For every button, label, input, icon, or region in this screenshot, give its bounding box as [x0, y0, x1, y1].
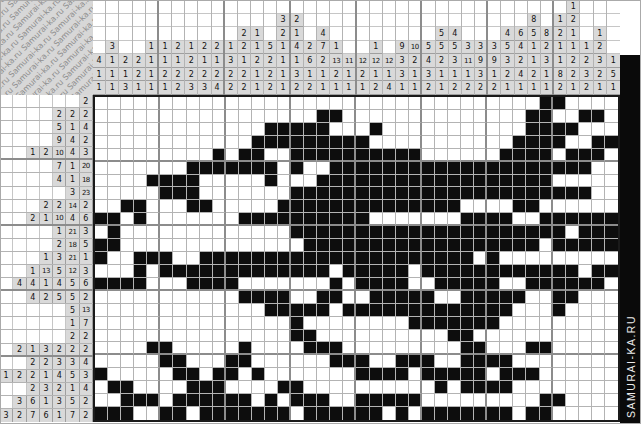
grid-cell[interactable]	[553, 394, 566, 407]
grid-cell[interactable]	[252, 342, 265, 355]
grid-cell[interactable]	[396, 187, 409, 200]
grid-cell[interactable]	[278, 149, 291, 162]
grid-cell[interactable]	[108, 252, 121, 265]
grid-cell[interactable]	[370, 394, 383, 407]
grid-cell[interactable]	[422, 213, 435, 226]
grid-cell[interactable]	[526, 110, 539, 123]
grid-cell[interactable]	[422, 265, 435, 278]
grid-cell[interactable]	[134, 149, 147, 162]
grid-cell[interactable]	[566, 136, 579, 149]
grid-cell[interactable]	[239, 200, 252, 213]
grid-cell[interactable]	[370, 342, 383, 355]
grid-cell[interactable]	[187, 407, 200, 420]
grid-cell[interactable]	[592, 162, 605, 175]
grid-cell[interactable]	[317, 394, 330, 407]
grid-cell[interactable]	[605, 187, 618, 200]
grid-cell[interactable]	[330, 136, 343, 149]
grid-cell[interactable]	[265, 407, 278, 420]
grid-cell[interactable]	[383, 110, 396, 123]
grid-cell[interactable]	[95, 97, 108, 110]
grid-cell[interactable]	[330, 355, 343, 368]
grid-cell[interactable]	[265, 226, 278, 239]
grid-cell[interactable]	[95, 265, 108, 278]
grid-cell[interactable]	[187, 97, 200, 110]
grid-cell[interactable]	[108, 136, 121, 149]
grid-cell[interactable]	[461, 381, 474, 394]
grid-cell[interactable]	[291, 97, 304, 110]
grid-cell[interactable]	[226, 252, 239, 265]
grid-cell[interactable]	[566, 213, 579, 226]
grid-cell[interactable]	[265, 162, 278, 175]
grid-cell[interactable]	[448, 213, 461, 226]
grid-cell[interactable]	[579, 213, 592, 226]
grid-cell[interactable]	[435, 342, 448, 355]
grid-cell[interactable]	[147, 97, 160, 110]
grid-cell[interactable]	[304, 355, 317, 368]
grid-cell[interactable]	[108, 239, 121, 252]
grid-cell[interactable]	[422, 381, 435, 394]
grid-cell[interactable]	[291, 239, 304, 252]
grid-cell[interactable]	[474, 407, 487, 420]
grid-cell[interactable]	[383, 136, 396, 149]
grid-cell[interactable]	[239, 355, 252, 368]
grid-cell[interactable]	[487, 239, 500, 252]
grid-cell[interactable]	[304, 252, 317, 265]
grid-cell[interactable]	[383, 213, 396, 226]
grid-cell[interactable]	[239, 317, 252, 330]
grid-cell[interactable]	[409, 252, 422, 265]
grid-cell[interactable]	[540, 149, 553, 162]
grid-cell[interactable]	[383, 187, 396, 200]
grid-cell[interactable]	[173, 342, 186, 355]
grid-cell[interactable]	[291, 355, 304, 368]
grid-cell[interactable]	[605, 381, 618, 394]
grid-cell[interactable]	[605, 368, 618, 381]
grid-cell[interactable]	[330, 97, 343, 110]
grid-cell[interactable]	[200, 355, 213, 368]
grid-cell[interactable]	[226, 110, 239, 123]
grid-cell[interactable]	[553, 110, 566, 123]
grid-cell[interactable]	[200, 265, 213, 278]
grid-cell[interactable]	[330, 252, 343, 265]
grid-cell[interactable]	[330, 342, 343, 355]
grid-cell[interactable]	[409, 355, 422, 368]
grid-cell[interactable]	[278, 317, 291, 330]
grid-cell[interactable]	[278, 265, 291, 278]
grid-cell[interactable]	[526, 368, 539, 381]
grid-cell[interactable]	[356, 123, 369, 136]
grid-cell[interactable]	[265, 394, 278, 407]
grid-cell[interactable]	[343, 265, 356, 278]
grid-cell[interactable]	[487, 317, 500, 330]
grid-cell[interactable]	[605, 304, 618, 317]
grid-cell[interactable]	[304, 136, 317, 149]
grid-cell[interactable]	[200, 175, 213, 188]
grid-cell[interactable]	[200, 136, 213, 149]
grid-cell[interactable]	[435, 265, 448, 278]
grid-cell[interactable]	[291, 278, 304, 291]
grid-cell[interactable]	[526, 175, 539, 188]
grid-cell[interactable]	[396, 136, 409, 149]
grid-cell[interactable]	[265, 381, 278, 394]
grid-cell[interactable]	[330, 149, 343, 162]
grid-cell[interactable]	[121, 304, 134, 317]
grid-cell[interactable]	[540, 162, 553, 175]
grid-cell[interactable]	[540, 226, 553, 239]
grid-cell[interactable]	[409, 226, 422, 239]
grid-cell[interactable]	[343, 97, 356, 110]
grid-cell[interactable]	[317, 368, 330, 381]
grid-cell[interactable]	[500, 394, 513, 407]
grid-cell[interactable]	[370, 355, 383, 368]
grid-cell[interactable]	[592, 330, 605, 343]
grid-cell[interactable]	[526, 97, 539, 110]
grid-cell[interactable]	[278, 342, 291, 355]
grid-cell[interactable]	[134, 330, 147, 343]
grid-cell[interactable]	[213, 368, 226, 381]
grid-cell[interactable]	[566, 187, 579, 200]
grid-cell[interactable]	[304, 226, 317, 239]
grid-cell[interactable]	[566, 239, 579, 252]
grid-cell[interactable]	[265, 304, 278, 317]
grid-cell[interactable]	[173, 355, 186, 368]
grid-cell[interactable]	[540, 213, 553, 226]
grid-cell[interactable]	[579, 330, 592, 343]
grid-cell[interactable]	[160, 200, 173, 213]
grid-cell[interactable]	[383, 239, 396, 252]
grid-cell[interactable]	[579, 162, 592, 175]
grid-cell[interactable]	[566, 162, 579, 175]
grid-cell[interactable]	[566, 394, 579, 407]
grid-cell[interactable]	[278, 175, 291, 188]
grid-cell[interactable]	[160, 368, 173, 381]
grid-cell[interactable]	[173, 381, 186, 394]
grid-cell[interactable]	[278, 291, 291, 304]
grid-cell[interactable]	[435, 330, 448, 343]
grid-cell[interactable]	[592, 368, 605, 381]
grid-cell[interactable]	[356, 136, 369, 149]
grid-cell[interactable]	[553, 291, 566, 304]
grid-cell[interactable]	[409, 291, 422, 304]
grid-cell[interactable]	[265, 149, 278, 162]
grid-cell[interactable]	[396, 252, 409, 265]
grid-cell[interactable]	[304, 162, 317, 175]
grid-cell[interactable]	[278, 407, 291, 420]
grid-cell[interactable]	[330, 175, 343, 188]
grid-cell[interactable]	[435, 355, 448, 368]
grid-cell[interactable]	[487, 342, 500, 355]
grid-cell[interactable]	[121, 162, 134, 175]
grid-cell[interactable]	[513, 291, 526, 304]
grid-cell[interactable]	[291, 317, 304, 330]
grid-cell[interactable]	[605, 136, 618, 149]
grid-cell[interactable]	[108, 368, 121, 381]
grid-cell[interactable]	[121, 200, 134, 213]
grid-cell[interactable]	[134, 200, 147, 213]
grid-cell[interactable]	[461, 187, 474, 200]
grid-cell[interactable]	[239, 252, 252, 265]
grid-cell[interactable]	[553, 200, 566, 213]
grid-cell[interactable]	[435, 187, 448, 200]
grid-cell[interactable]	[500, 226, 513, 239]
grid-cell[interactable]	[409, 304, 422, 317]
grid-cell[interactable]	[147, 149, 160, 162]
grid-cell[interactable]	[500, 252, 513, 265]
grid-cell[interactable]	[160, 394, 173, 407]
grid-cell[interactable]	[370, 136, 383, 149]
grid-cell[interactable]	[422, 252, 435, 265]
grid-cell[interactable]	[474, 226, 487, 239]
grid-cell[interactable]	[592, 226, 605, 239]
grid-cell[interactable]	[213, 381, 226, 394]
grid-cell[interactable]	[121, 187, 134, 200]
grid-cell[interactable]	[592, 291, 605, 304]
grid-cell[interactable]	[226, 97, 239, 110]
grid-cell[interactable]	[173, 149, 186, 162]
grid-cell[interactable]	[213, 149, 226, 162]
grid-cell[interactable]	[252, 200, 265, 213]
grid-cell[interactable]	[134, 381, 147, 394]
grid-cell[interactable]	[226, 175, 239, 188]
grid-cell[interactable]	[566, 368, 579, 381]
grid-cell[interactable]	[448, 175, 461, 188]
grid-cell[interactable]	[553, 187, 566, 200]
grid-cell[interactable]	[592, 394, 605, 407]
grid-cell[interactable]	[121, 342, 134, 355]
grid-cell[interactable]	[213, 123, 226, 136]
grid-cell[interactable]	[396, 291, 409, 304]
grid-cell[interactable]	[500, 265, 513, 278]
grid-cell[interactable]	[147, 226, 160, 239]
grid-cell[interactable]	[579, 381, 592, 394]
grid-cell[interactable]	[226, 291, 239, 304]
grid-cell[interactable]	[160, 330, 173, 343]
grid-cell[interactable]	[461, 278, 474, 291]
grid-cell[interactable]	[226, 330, 239, 343]
grid-cell[interactable]	[213, 213, 226, 226]
grid-cell[interactable]	[540, 342, 553, 355]
grid-cell[interactable]	[226, 265, 239, 278]
grid-cell[interactable]	[396, 175, 409, 188]
grid-cell[interactable]	[566, 226, 579, 239]
grid-cell[interactable]	[160, 162, 173, 175]
grid-cell[interactable]	[343, 304, 356, 317]
grid-cell[interactable]	[592, 342, 605, 355]
grid-cell[interactable]	[540, 394, 553, 407]
grid-cell[interactable]	[200, 187, 213, 200]
grid-cell[interactable]	[173, 200, 186, 213]
grid-cell[interactable]	[422, 187, 435, 200]
grid-cell[interactable]	[526, 200, 539, 213]
grid-cell[interactable]	[370, 252, 383, 265]
grid-cell[interactable]	[291, 187, 304, 200]
grid-cell[interactable]	[474, 187, 487, 200]
grid-cell[interactable]	[540, 407, 553, 420]
grid-cell[interactable]	[448, 407, 461, 420]
grid-cell[interactable]	[487, 110, 500, 123]
grid-cell[interactable]	[370, 330, 383, 343]
grid-cell[interactable]	[121, 136, 134, 149]
grid-cell[interactable]	[435, 239, 448, 252]
grid-cell[interactable]	[461, 368, 474, 381]
grid-cell[interactable]	[370, 162, 383, 175]
grid-cell[interactable]	[317, 304, 330, 317]
grid-cell[interactable]	[304, 97, 317, 110]
grid-cell[interactable]	[383, 252, 396, 265]
grid-cell[interactable]	[160, 136, 173, 149]
grid-cell[interactable]	[304, 149, 317, 162]
grid-cell[interactable]	[147, 239, 160, 252]
grid-cell[interactable]	[409, 213, 422, 226]
grid-cell[interactable]	[356, 110, 369, 123]
grid-cell[interactable]	[108, 355, 121, 368]
grid-cell[interactable]	[383, 355, 396, 368]
grid-cell[interactable]	[474, 175, 487, 188]
grid-cell[interactable]	[121, 394, 134, 407]
grid-cell[interactable]	[239, 265, 252, 278]
grid-cell[interactable]	[370, 175, 383, 188]
grid-cell[interactable]	[540, 110, 553, 123]
grid-cell[interactable]	[187, 304, 200, 317]
grid-cell[interactable]	[422, 149, 435, 162]
grid-cell[interactable]	[435, 291, 448, 304]
grid-cell[interactable]	[226, 355, 239, 368]
grid-cell[interactable]	[173, 226, 186, 239]
grid-cell[interactable]	[95, 394, 108, 407]
grid-cell[interactable]	[422, 226, 435, 239]
grid-cell[interactable]	[513, 97, 526, 110]
grid-cell[interactable]	[265, 342, 278, 355]
grid-cell[interactable]	[343, 278, 356, 291]
grid-cell[interactable]	[526, 123, 539, 136]
grid-cell[interactable]	[239, 175, 252, 188]
grid-cell[interactable]	[317, 342, 330, 355]
grid-cell[interactable]	[95, 381, 108, 394]
grid-cell[interactable]	[291, 136, 304, 149]
grid-cell[interactable]	[95, 200, 108, 213]
grid-cell[interactable]	[160, 265, 173, 278]
grid-cell[interactable]	[540, 252, 553, 265]
grid-cell[interactable]	[513, 175, 526, 188]
grid-cell[interactable]	[252, 304, 265, 317]
grid-cell[interactable]	[173, 239, 186, 252]
grid-cell[interactable]	[579, 187, 592, 200]
grid-cell[interactable]	[252, 97, 265, 110]
grid-cell[interactable]	[553, 330, 566, 343]
grid-cell[interactable]	[317, 213, 330, 226]
grid-cell[interactable]	[200, 317, 213, 330]
grid-cell[interactable]	[200, 239, 213, 252]
grid-cell[interactable]	[95, 317, 108, 330]
grid-cell[interactable]	[605, 226, 618, 239]
grid-cell[interactable]	[500, 239, 513, 252]
grid-cell[interactable]	[526, 162, 539, 175]
grid-cell[interactable]	[605, 110, 618, 123]
grid-cell[interactable]	[291, 175, 304, 188]
grid-cell[interactable]	[566, 291, 579, 304]
grid-cell[interactable]	[435, 149, 448, 162]
grid-cell[interactable]	[526, 239, 539, 252]
grid-cell[interactable]	[147, 304, 160, 317]
grid-cell[interactable]	[356, 175, 369, 188]
grid-cell[interactable]	[108, 226, 121, 239]
grid-cell[interactable]	[526, 291, 539, 304]
grid-cell[interactable]	[566, 110, 579, 123]
grid-cell[interactable]	[409, 330, 422, 343]
grid-cell[interactable]	[579, 252, 592, 265]
grid-cell[interactable]	[239, 278, 252, 291]
grid-cell[interactable]	[160, 213, 173, 226]
grid-cell[interactable]	[448, 342, 461, 355]
grid-cell[interactable]	[526, 136, 539, 149]
grid-cell[interactable]	[187, 317, 200, 330]
grid-cell[interactable]	[213, 200, 226, 213]
grid-cell[interactable]	[579, 317, 592, 330]
grid-cell[interactable]	[239, 342, 252, 355]
grid-cell[interactable]	[383, 381, 396, 394]
grid-cell[interactable]	[409, 175, 422, 188]
grid-cell[interactable]	[226, 368, 239, 381]
grid-cell[interactable]	[134, 110, 147, 123]
grid-cell[interactable]	[540, 239, 553, 252]
grid-cell[interactable]	[592, 123, 605, 136]
grid-cell[interactable]	[370, 226, 383, 239]
grid-cell[interactable]	[553, 368, 566, 381]
grid-cell[interactable]	[553, 136, 566, 149]
grid-cell[interactable]	[500, 278, 513, 291]
grid-cell[interactable]	[579, 278, 592, 291]
grid-cell[interactable]	[265, 136, 278, 149]
grid-cell[interactable]	[160, 239, 173, 252]
grid-cell[interactable]	[356, 187, 369, 200]
grid-cell[interactable]	[317, 407, 330, 420]
grid-cell[interactable]	[487, 97, 500, 110]
grid-cell[interactable]	[487, 291, 500, 304]
grid-cell[interactable]	[540, 187, 553, 200]
grid-cell[interactable]	[278, 368, 291, 381]
grid-cell[interactable]	[435, 213, 448, 226]
grid-cell[interactable]	[396, 97, 409, 110]
grid-cell[interactable]	[566, 175, 579, 188]
grid-cell[interactable]	[252, 162, 265, 175]
grid-cell[interactable]	[513, 317, 526, 330]
grid-cell[interactable]	[108, 123, 121, 136]
grid-cell[interactable]	[291, 123, 304, 136]
grid-cell[interactable]	[356, 407, 369, 420]
grid-cell[interactable]	[566, 123, 579, 136]
grid-cell[interactable]	[553, 304, 566, 317]
grid-cell[interactable]	[226, 149, 239, 162]
grid-cell[interactable]	[278, 226, 291, 239]
grid-cell[interactable]	[304, 317, 317, 330]
grid-cell[interactable]	[160, 97, 173, 110]
grid-cell[interactable]	[526, 149, 539, 162]
grid-cell[interactable]	[187, 110, 200, 123]
grid-cell[interactable]	[265, 330, 278, 343]
grid-cell[interactable]	[134, 97, 147, 110]
grid-cell[interactable]	[409, 187, 422, 200]
grid-cell[interactable]	[226, 381, 239, 394]
grid-cell[interactable]	[487, 278, 500, 291]
grid-cell[interactable]	[330, 330, 343, 343]
grid-cell[interactable]	[487, 407, 500, 420]
grid-cell[interactable]	[160, 252, 173, 265]
grid-cell[interactable]	[330, 304, 343, 317]
grid-cell[interactable]	[513, 252, 526, 265]
grid-cell[interactable]	[200, 368, 213, 381]
grid-cell[interactable]	[396, 149, 409, 162]
grid-cell[interactable]	[526, 252, 539, 265]
